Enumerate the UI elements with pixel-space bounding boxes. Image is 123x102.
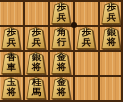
piece-kanji: 将 [6,88,15,98]
piece-kanji: 車 [6,63,15,73]
piece-face: 歩兵 [77,28,95,48]
piece-kanji: 兵 [31,38,40,48]
piece-edge: 金将 [51,77,71,99]
piece-face: 角行 [52,28,70,48]
piece-kanji: 将 [106,38,115,48]
piece-edge: 銀将 [101,27,121,49]
piece-edge: 歩兵 [1,27,21,49]
shogi-piece-lance[interactable]: 香車 [1,52,21,74]
piece-kanji: 兵 [106,13,115,23]
board-cell[interactable] [25,2,48,24]
piece-face: 歩兵 [52,3,70,23]
piece-face: 金将 [52,78,70,98]
piece-face: 銀将 [102,28,120,48]
shogi-piece-gold[interactable]: 金将 [51,77,71,99]
shogi-piece-pawn[interactable]: 歩兵 [1,27,21,49]
piece-kanji: 将 [56,88,65,98]
board-cell[interactable] [0,2,23,24]
piece-face: 歩兵 [27,28,45,48]
piece-face: 桂馬 [27,78,45,98]
shogi-piece-bishop[interactable]: 角行 [51,27,71,49]
shogi-piece-knight[interactable]: 桂馬 [26,77,46,99]
shogi-board: 歩兵歩兵歩兵歩兵角行歩兵銀将香車銀将金将玉将桂馬金将 [0,0,123,102]
board-cell[interactable] [100,77,122,100]
piece-kanji: 将 [31,63,40,73]
piece-kanji: 行 [56,38,65,48]
piece-face: 玉将 [2,78,20,98]
piece-face: 金将 [52,53,70,73]
shogi-piece-silver[interactable]: 銀将 [26,52,46,74]
piece-edge: 香車 [1,52,21,74]
piece-edge: 角行 [51,27,71,49]
piece-edge: 桂馬 [26,77,46,99]
shogi-piece-pawn[interactable]: 歩兵 [51,2,71,24]
board-cell[interactable] [100,52,122,75]
piece-edge: 金将 [51,52,71,74]
shogi-piece-silver[interactable]: 銀将 [101,27,121,49]
piece-edge: 歩兵 [76,27,96,49]
board-cell[interactable] [75,2,98,24]
shogi-piece-king[interactable]: 玉将 [1,77,21,99]
piece-edge: 玉将 [1,77,21,99]
piece-face: 香車 [2,53,20,73]
piece-edge: 歩兵 [101,2,121,24]
shogi-piece-gold[interactable]: 金将 [51,52,71,74]
piece-face: 銀将 [27,53,45,73]
shogi-piece-pawn[interactable]: 歩兵 [26,27,46,49]
piece-face: 歩兵 [102,3,120,23]
piece-kanji: 兵 [6,38,15,48]
board-cell[interactable] [75,77,98,100]
shogi-piece-pawn[interactable]: 歩兵 [101,2,121,24]
shogi-piece-pawn[interactable]: 歩兵 [76,27,96,49]
piece-edge: 歩兵 [26,27,46,49]
piece-kanji: 将 [56,63,65,73]
piece-kanji: 馬 [31,88,40,98]
piece-kanji: 兵 [56,13,65,23]
piece-edge: 歩兵 [51,2,71,24]
board-cell[interactable] [75,52,98,75]
piece-kanji: 兵 [81,38,90,48]
piece-face: 歩兵 [2,28,20,48]
piece-edge: 銀将 [26,52,46,74]
